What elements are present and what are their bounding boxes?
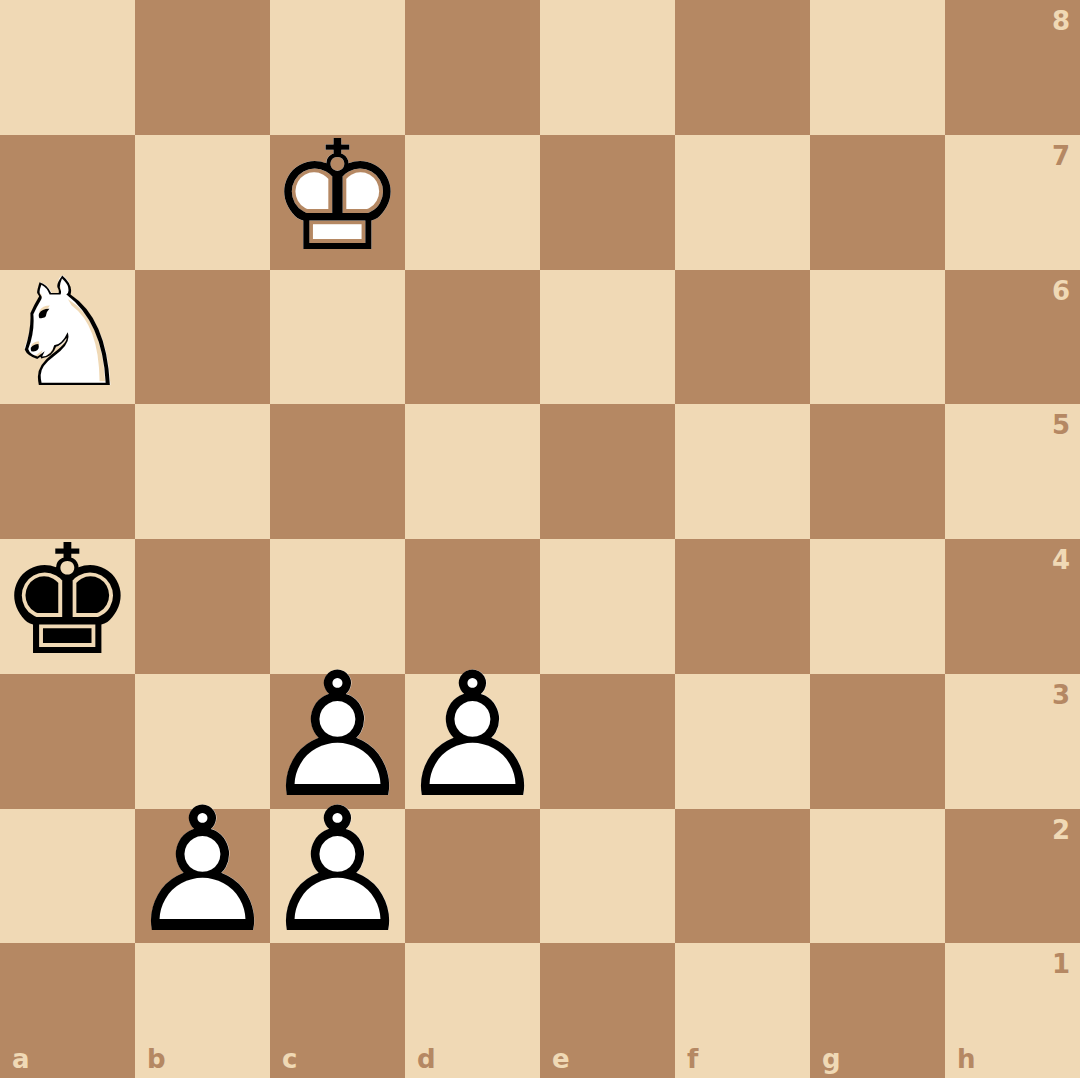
file-label-a: a [12,1046,30,1072]
square-e2[interactable] [540,809,675,944]
file-label-h: h [957,1046,976,1072]
square-f5[interactable] [675,404,810,539]
file-label-c: c [282,1046,297,1072]
square-c7[interactable]: ♚♔ [270,135,405,270]
square-d2[interactable] [405,809,540,944]
chessboard: 8♚♔7♞♘65♚4♟♙♟♙3♟♙♟♙2abcdefg1h [0,0,1080,1078]
square-h8[interactable]: 8 [945,0,1080,135]
square-e7[interactable] [540,135,675,270]
square-e1[interactable]: e [540,943,675,1078]
square-f8[interactable] [675,0,810,135]
square-f4[interactable] [675,539,810,674]
square-g7[interactable] [810,135,945,270]
square-a3[interactable] [0,674,135,809]
square-c2[interactable]: ♟♙ [270,809,405,944]
square-b7[interactable] [135,135,270,270]
rank-label-3: 3 [1052,682,1070,708]
square-h4[interactable]: 4 [945,539,1080,674]
white-pawn-outline: ♙ [125,785,279,957]
rank-label-1: 1 [1052,951,1070,977]
square-d5[interactable] [405,404,540,539]
square-a1[interactable]: a [0,943,135,1078]
square-h3[interactable]: 3 [945,674,1080,809]
square-g4[interactable] [810,539,945,674]
file-label-d: d [417,1046,436,1072]
square-f3[interactable] [675,674,810,809]
square-a2[interactable] [0,809,135,944]
white-king[interactable]: ♚♔ [270,135,405,270]
white-pawn-outline: ♙ [395,650,549,822]
white-pawn[interactable]: ♟♙ [405,674,540,809]
square-e8[interactable] [540,0,675,135]
square-h5[interactable]: 5 [945,404,1080,539]
rank-label-2: 2 [1052,817,1070,843]
square-f1[interactable]: f [675,943,810,1078]
square-b1[interactable]: b [135,943,270,1078]
square-a4[interactable]: ♚ [0,539,135,674]
square-b2[interactable]: ♟♙ [135,809,270,944]
white-king-outline: ♔ [269,122,405,274]
square-a6[interactable]: ♞♘ [0,270,135,405]
square-g6[interactable] [810,270,945,405]
square-c1[interactable]: c [270,943,405,1078]
square-b5[interactable] [135,404,270,539]
square-h6[interactable]: 6 [945,270,1080,405]
rank-label-8: 8 [1052,8,1070,34]
square-e6[interactable] [540,270,675,405]
file-label-f: f [687,1046,698,1072]
rank-label-7: 7 [1052,143,1070,169]
square-f2[interactable] [675,809,810,944]
black-king[interactable]: ♚ [0,539,135,674]
white-pawn-outline: ♙ [260,785,414,957]
square-h1[interactable]: 1h [945,943,1080,1078]
square-g5[interactable] [810,404,945,539]
file-label-b: b [147,1046,166,1072]
square-e4[interactable] [540,539,675,674]
rank-label-6: 6 [1052,278,1070,304]
square-c5[interactable] [270,404,405,539]
square-d7[interactable] [405,135,540,270]
black-king-glyph: ♚ [0,526,136,678]
rank-label-5: 5 [1052,412,1070,438]
square-d1[interactable]: d [405,943,540,1078]
square-h7[interactable]: 7 [945,135,1080,270]
square-c6[interactable] [270,270,405,405]
square-d8[interactable] [405,0,540,135]
square-b4[interactable] [135,539,270,674]
white-knight[interactable]: ♞♘ [0,270,135,405]
square-f6[interactable] [675,270,810,405]
file-label-e: e [552,1046,570,1072]
white-knight-outline: ♘ [0,257,134,407]
square-f7[interactable] [675,135,810,270]
rank-label-4: 4 [1052,547,1070,573]
square-a8[interactable] [0,0,135,135]
square-b8[interactable] [135,0,270,135]
square-e3[interactable] [540,674,675,809]
file-label-g: g [822,1046,841,1072]
square-g1[interactable]: g [810,943,945,1078]
square-g8[interactable] [810,0,945,135]
square-g2[interactable] [810,809,945,944]
square-e5[interactable] [540,404,675,539]
square-h2[interactable]: 2 [945,809,1080,944]
square-b6[interactable] [135,270,270,405]
white-pawn[interactable]: ♟♙ [135,809,270,944]
square-d3[interactable]: ♟♙ [405,674,540,809]
white-pawn[interactable]: ♟♙ [270,809,405,944]
square-d6[interactable] [405,270,540,405]
square-g3[interactable] [810,674,945,809]
